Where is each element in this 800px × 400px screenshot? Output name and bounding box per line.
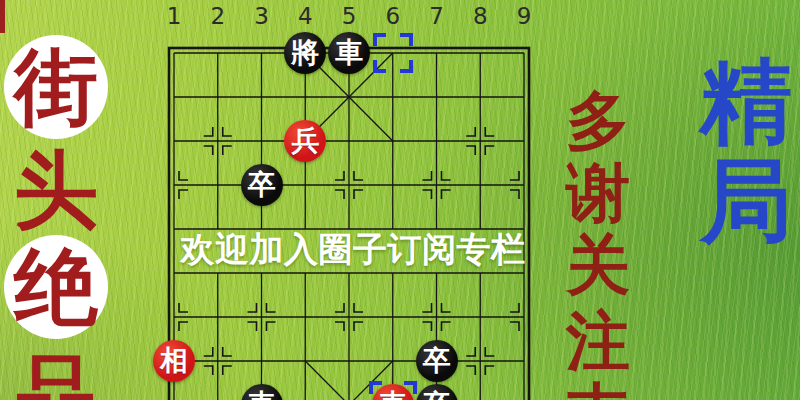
piece-black-general[interactable]: 將 <box>284 32 326 74</box>
right-title-char-1: 精 <box>700 55 792 147</box>
piece-black-soldier[interactable]: 卒 <box>241 164 283 206</box>
piece-glyph: 兵 <box>291 127 319 155</box>
column-label-1: 1 <box>167 3 182 29</box>
piece-glyph: 車 <box>248 391 276 400</box>
right-thanks-char-2: 谢 <box>566 161 630 225</box>
left-banner-char-3: 绝 <box>14 245 98 329</box>
piece-glyph: 將 <box>291 39 319 67</box>
right-thanks-char-1: 多 <box>566 89 630 153</box>
left-banner-char-4: 品 <box>14 352 98 400</box>
column-label-2: 2 <box>210 3 225 29</box>
column-label-7: 7 <box>429 3 444 29</box>
column-label-9: 9 <box>517 3 532 29</box>
piece-black-chariot[interactable]: 車 <box>328 32 370 74</box>
right-thanks-char-3: 关 <box>566 233 630 297</box>
piece-glyph: 卒 <box>248 171 276 199</box>
left-banner-char-1: 街 <box>14 45 98 129</box>
piece-red-soldier[interactable]: 兵 <box>284 120 326 162</box>
column-label-4: 4 <box>298 3 313 29</box>
white-circle-backdrop <box>4 235 108 339</box>
piece-black-soldier[interactable]: 卒 <box>416 340 458 382</box>
piece-glyph: 相 <box>160 347 188 375</box>
right-title-char-2: 局 <box>700 155 792 247</box>
column-label-6: 6 <box>385 3 400 29</box>
river-banner-text: 欢迎加入圈子订阅专栏 <box>181 227 526 273</box>
piece-glyph: 車 <box>379 391 407 400</box>
piece-glyph: 車 <box>335 39 363 67</box>
column-label-3: 3 <box>254 3 269 29</box>
piece-glyph: 卒 <box>423 347 451 375</box>
last-move-from-marker <box>373 33 413 73</box>
right-thanks-char-5: 支 <box>566 381 630 400</box>
piece-red-elephant[interactable]: 相 <box>153 340 195 382</box>
piece-glyph: 卒 <box>423 391 451 400</box>
left-banner-char-2: 头 <box>14 148 98 232</box>
white-circle-backdrop <box>4 35 108 139</box>
screenshot-stage: 123456789 將車兵卒相卒車車卒 欢迎加入圈子订阅专栏 街头绝品 多谢关注… <box>0 0 800 400</box>
column-label-5: 5 <box>342 3 357 29</box>
right-thanks-char-4: 注 <box>566 309 630 373</box>
column-label-8: 8 <box>473 3 488 29</box>
